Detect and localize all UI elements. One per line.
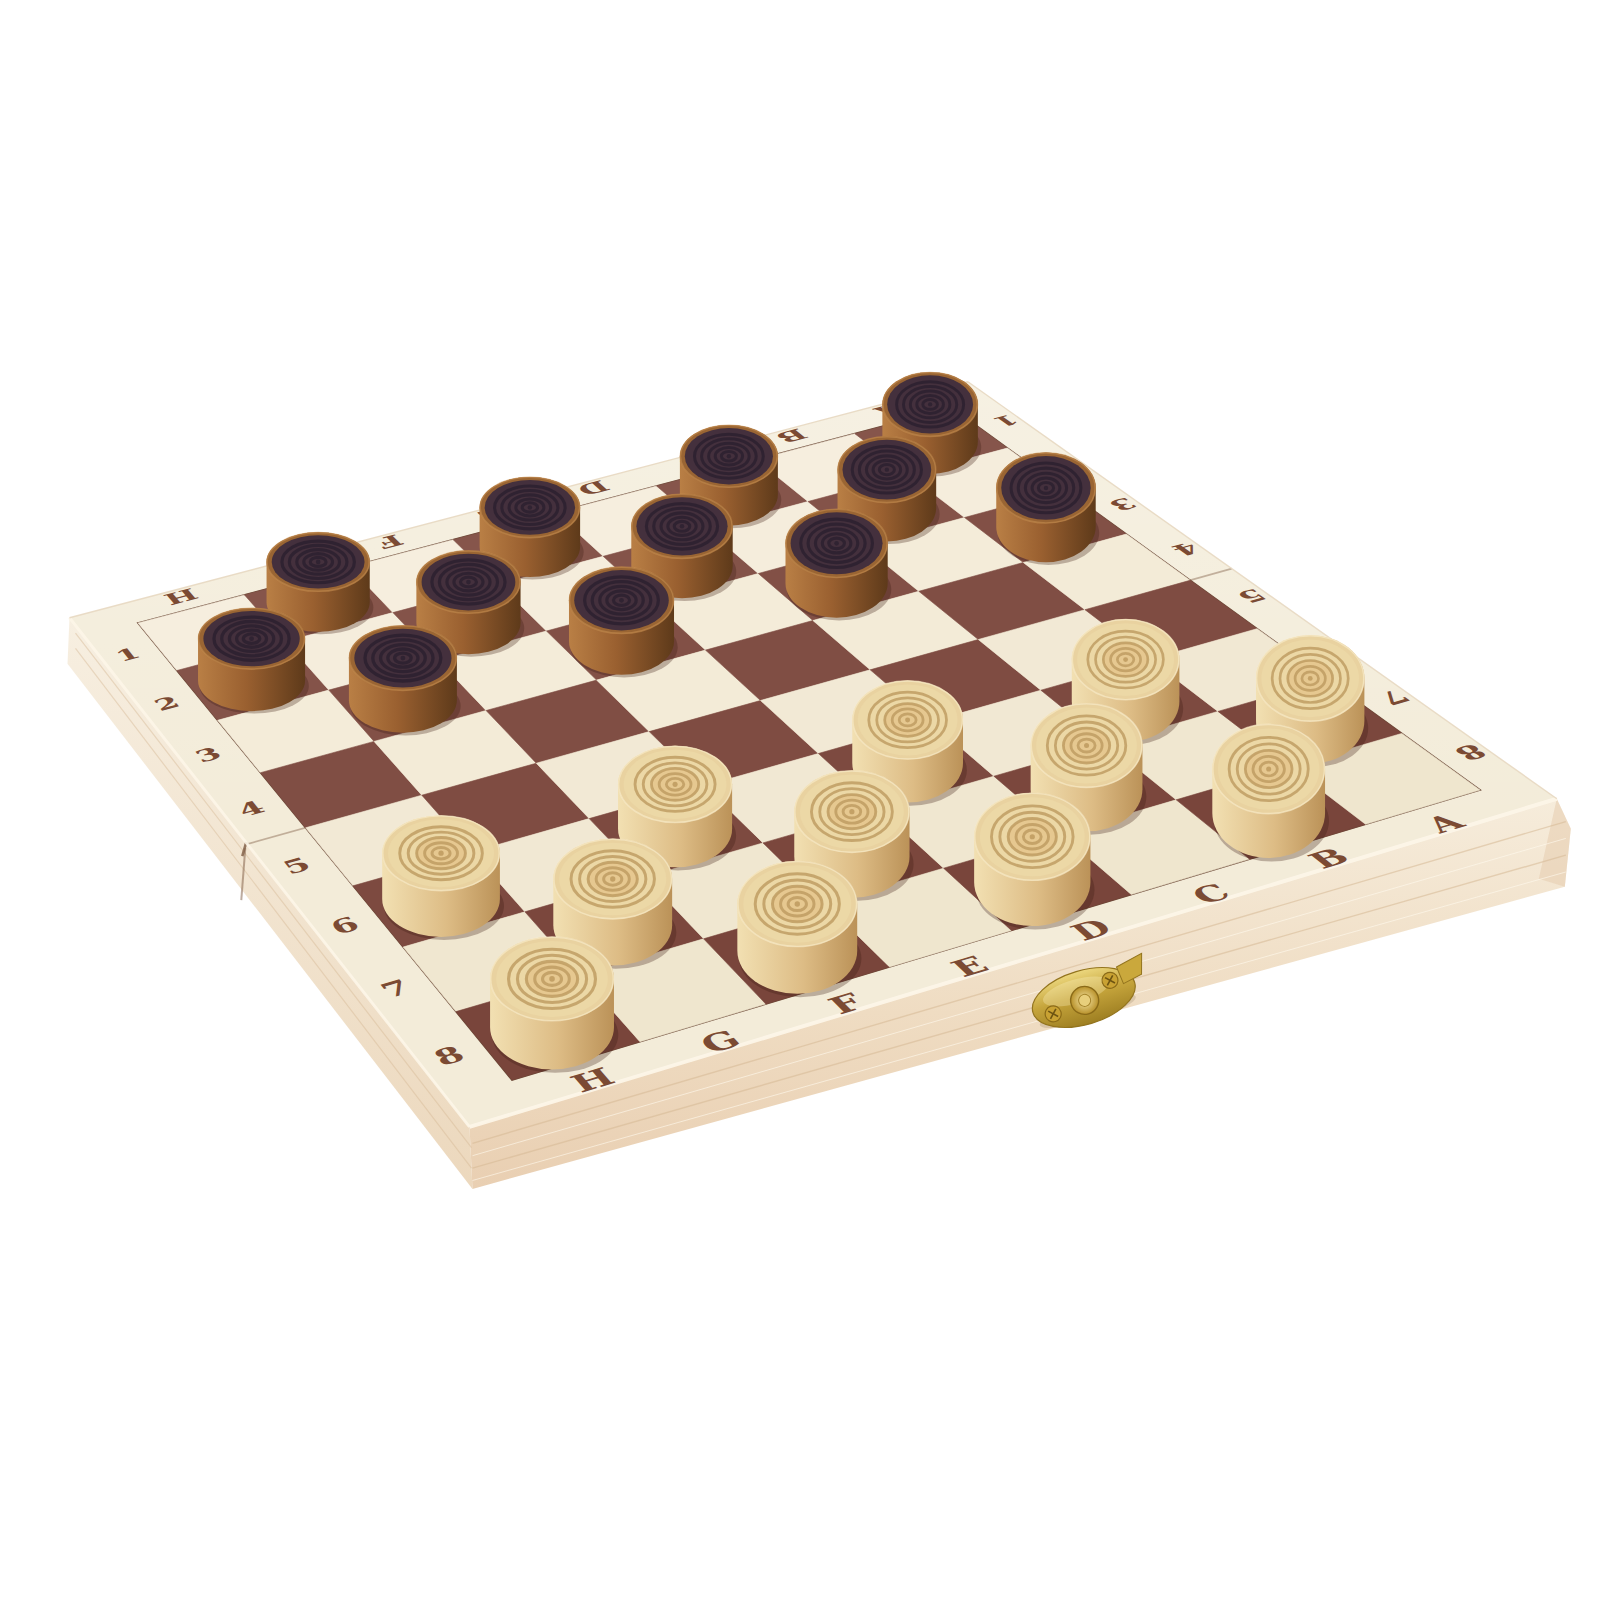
piece-center-dot bbox=[849, 809, 854, 814]
piece-dark-c3[interactable] bbox=[785, 509, 891, 620]
piece-dark-g3[interactable] bbox=[349, 625, 461, 735]
piece-light-f8[interactable] bbox=[737, 861, 861, 997]
piece-center-dot bbox=[1308, 676, 1313, 681]
product-photo-checkers-board: HHGGFFEEDDCCBBAA1122334455667788 bbox=[0, 0, 1600, 1600]
piece-center-dot bbox=[680, 524, 685, 529]
piece-light-b8[interactable] bbox=[1212, 724, 1329, 862]
piece-center-dot bbox=[885, 467, 889, 471]
piece-dark-h2[interactable] bbox=[198, 608, 309, 714]
piece-center-dot bbox=[1044, 486, 1048, 490]
piece-center-dot bbox=[610, 876, 615, 881]
piece-center-dot bbox=[727, 454, 731, 458]
piece-center-dot bbox=[928, 402, 932, 406]
board-svg: HHGGFFEEDDCCBBAA1122334455667788 bbox=[0, 0, 1600, 1600]
piece-center-dot bbox=[673, 782, 678, 787]
piece-center-dot bbox=[438, 851, 443, 856]
piece-center-dot bbox=[1030, 834, 1035, 839]
piece-center-dot bbox=[619, 598, 624, 603]
piece-center-dot bbox=[549, 976, 555, 982]
piece-center-dot bbox=[1123, 657, 1128, 662]
piece-light-h6[interactable] bbox=[382, 815, 504, 939]
piece-center-dot bbox=[1084, 743, 1089, 748]
piece-center-dot bbox=[466, 580, 471, 585]
piece-dark-a3[interactable] bbox=[996, 452, 1099, 565]
piece-dark-e3[interactable] bbox=[569, 567, 678, 678]
piece-light-h8[interactable] bbox=[490, 937, 618, 1073]
piece-center-dot bbox=[834, 541, 839, 546]
piece-center-dot bbox=[795, 901, 800, 906]
piece-center-dot bbox=[316, 560, 321, 565]
piece-center-dot bbox=[528, 505, 533, 510]
piece-center-dot bbox=[905, 717, 910, 722]
piece-center-dot bbox=[249, 636, 254, 641]
piece-light-d8[interactable] bbox=[974, 793, 1094, 930]
piece-center-dot bbox=[400, 656, 405, 661]
piece-center-dot bbox=[1266, 766, 1271, 771]
